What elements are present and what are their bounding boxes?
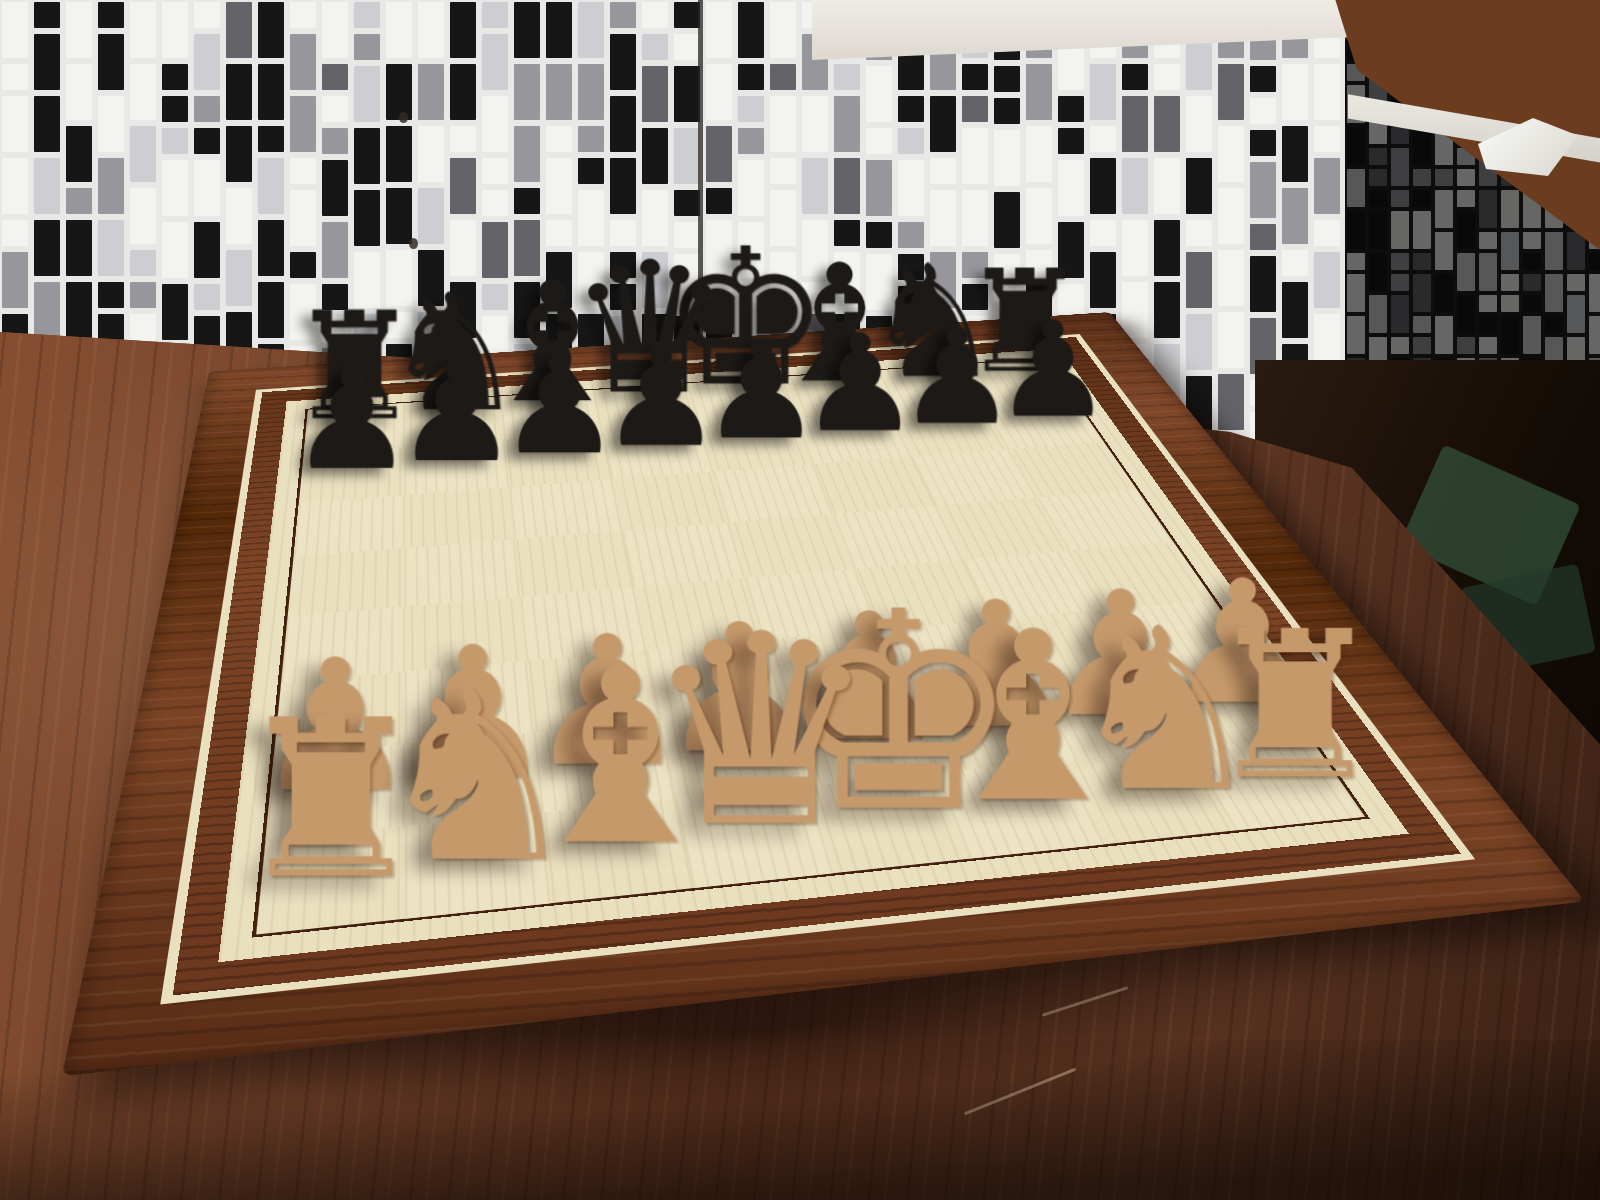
board-pinstripe-inlay: ♜♞♝♛♚♝♞♜♟♟♟♟♟♟♟♟♟♟♟♟♟♟♟♟♜♞♝♛♚♝♞♜ [160, 334, 1475, 1005]
square-a7[interactable]: ♟ [299, 447, 405, 503]
square-e6[interactable] [713, 464, 833, 522]
square-b5[interactable] [405, 539, 520, 606]
square-a6[interactable] [294, 495, 405, 557]
board-perspective-wrap: ♜♞♝♛♚♝♞♜♟♟♟♟♟♟♟♟♟♟♟♟♟♟♟♟♜♞♝♛♚♝♞♜ [0, 0, 1600, 1200]
square-c5[interactable] [514, 531, 633, 597]
piece-black-pawn-a7[interactable]: ♟ [289, 350, 414, 489]
square-d6[interactable] [612, 472, 728, 531]
square-f6[interactable] [813, 457, 936, 514]
board-maple-margin: ♜♞♝♛♚♝♞♜♟♟♟♟♟♟♟♟♟♟♟♟♟♟♟♟♜♞♝♛♚♝♞♜ [218, 348, 1409, 962]
table-front-edge-shadow [0, 1040, 1600, 1200]
square-c7[interactable]: ♟ [504, 433, 612, 488]
square-b7[interactable]: ♟ [405, 440, 509, 495]
board-inner-band: ♜♞♝♛♚♝♞♜♟♟♟♟♟♟♟♟♟♟♟♟♟♟♟♟♜♞♝♛♚♝♞♜ [173, 337, 1461, 995]
square-a5[interactable] [288, 548, 405, 616]
square-c6[interactable] [509, 479, 622, 539]
board-squares-grid[interactable]: ♜♞♝♛♚♝♞♜♟♟♟♟♟♟♟♟♟♟♟♟♟♟♟♟♜♞♝♛♚♝♞♜ [256, 359, 1365, 935]
piece-white-rook-a1[interactable]: ♜ [233, 691, 428, 909]
chess-board[interactable]: ♜♞♝♛♚♝♞♜♟♟♟♟♟♟♟♟♟♟♟♟♟♟♟♟♜♞♝♛♚♝♞♜ [62, 312, 1585, 1076]
square-a1[interactable]: ♜ [256, 826, 405, 935]
square-b6[interactable] [405, 487, 515, 548]
photo-scene: ♜♞♝♛♚♝♞♜♟♟♟♟♟♟♟♟♟♟♟♟♟♟♟♟♜♞♝♛♚♝♞♜ [0, 0, 1600, 1200]
